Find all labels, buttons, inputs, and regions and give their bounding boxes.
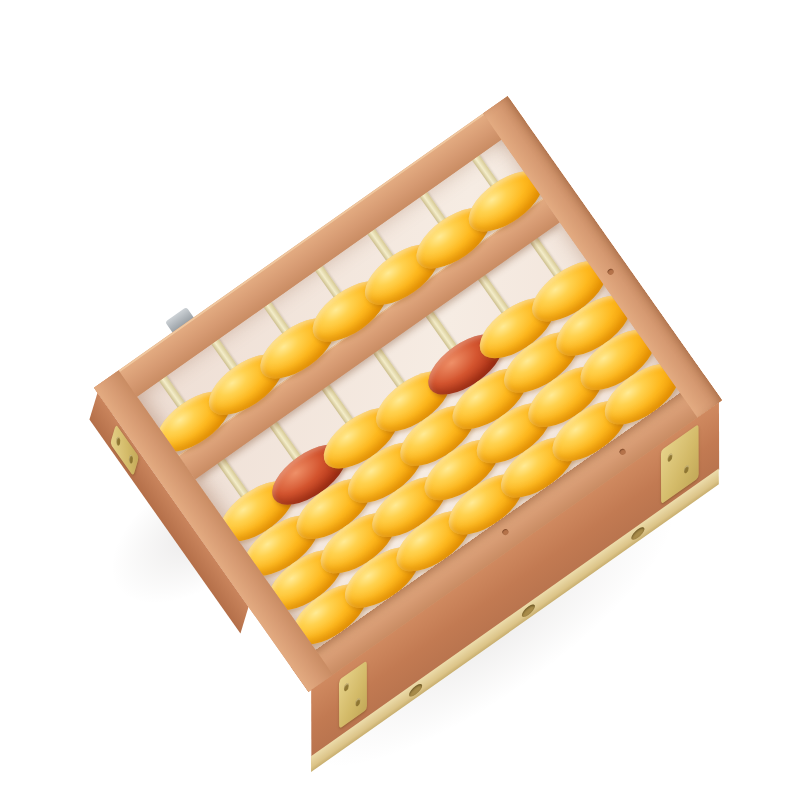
abacus-board <box>94 96 722 692</box>
product-photo-scene <box>0 0 800 800</box>
edge-slot <box>522 602 535 620</box>
edge-slot <box>631 525 644 543</box>
edge-slot <box>409 681 422 699</box>
